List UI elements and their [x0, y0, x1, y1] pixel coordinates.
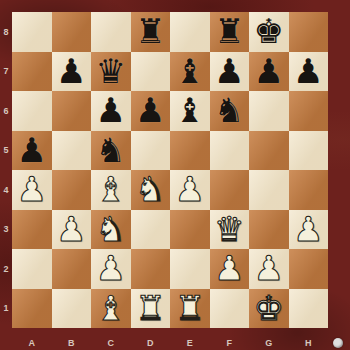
white-pawn[interactable]: ♟ [17, 170, 47, 209]
black-rook[interactable]: ♜ [214, 12, 244, 51]
white-bishop[interactable]: ♝ [96, 170, 126, 209]
square-g2[interactable]: ♟ [249, 249, 289, 289]
square-f1[interactable] [210, 289, 250, 329]
white-pawn[interactable]: ♟ [56, 210, 86, 249]
chess-board: ♜♜♚♟♛♝♟♟♟♟♟♝♞♟♞♟♝♞♟♟♞♛♟♟♟♟♝♜♜♚ [12, 12, 328, 328]
file-label-f: F [210, 337, 250, 349]
square-b8[interactable] [52, 12, 92, 52]
white-pawn[interactable]: ♟ [214, 249, 244, 288]
black-queen[interactable]: ♛ [96, 52, 126, 91]
square-c6[interactable]: ♟ [91, 91, 131, 131]
white-pawn[interactable]: ♟ [254, 249, 284, 288]
square-g8[interactable]: ♚ [249, 12, 289, 52]
square-c5[interactable]: ♞ [91, 131, 131, 171]
square-b5[interactable] [52, 131, 92, 171]
square-e7[interactable]: ♝ [170, 52, 210, 92]
white-bishop[interactable]: ♝ [96, 289, 126, 328]
square-g6[interactable] [249, 91, 289, 131]
rank-label-4: 4 [0, 170, 12, 210]
square-h7[interactable]: ♟ [289, 52, 329, 92]
file-label-h: H [289, 337, 329, 349]
file-label-c: C [91, 337, 131, 349]
square-e8[interactable] [170, 12, 210, 52]
file-label-d: D [131, 337, 171, 349]
rank-label-3: 3 [0, 210, 12, 250]
rank-label-7: 7 [0, 52, 12, 92]
square-b4[interactable] [52, 170, 92, 210]
square-c3[interactable]: ♞ [91, 210, 131, 250]
black-pawn[interactable]: ♟ [96, 91, 126, 130]
black-pawn[interactable]: ♟ [56, 52, 86, 91]
rank-label-5: 5 [0, 131, 12, 171]
white-to-move-indicator [333, 338, 343, 348]
white-pawn[interactable]: ♟ [293, 210, 323, 249]
square-a1[interactable] [12, 289, 52, 329]
black-bishop[interactable]: ♝ [175, 91, 205, 130]
square-g3[interactable] [249, 210, 289, 250]
square-e6[interactable]: ♝ [170, 91, 210, 131]
square-h1[interactable] [289, 289, 329, 329]
square-d1[interactable]: ♜ [131, 289, 171, 329]
square-d4[interactable]: ♞ [131, 170, 171, 210]
board-frame: 87654321 ♜♜♚♟♛♝♟♟♟♟♟♝♞♟♞♟♝♞♟♟♞♛♟♟♟♟♝♜♜♚ … [0, 0, 350, 350]
square-g1[interactable]: ♚ [249, 289, 289, 329]
square-c4[interactable]: ♝ [91, 170, 131, 210]
rank-label-2: 2 [0, 249, 12, 289]
square-f2[interactable]: ♟ [210, 249, 250, 289]
rank-label-6: 6 [0, 91, 12, 131]
white-pawn[interactable]: ♟ [96, 249, 126, 288]
square-a2[interactable] [12, 249, 52, 289]
square-f8[interactable]: ♜ [210, 12, 250, 52]
rank-labels: 87654321 [0, 12, 12, 328]
square-d8[interactable]: ♜ [131, 12, 171, 52]
square-f5[interactable] [210, 131, 250, 171]
file-label-e: E [170, 337, 210, 349]
black-pawn[interactable]: ♟ [293, 52, 323, 91]
white-knight[interactable]: ♞ [135, 170, 165, 209]
square-a4[interactable]: ♟ [12, 170, 52, 210]
square-d5[interactable] [131, 131, 171, 171]
square-d2[interactable] [131, 249, 171, 289]
square-g4[interactable] [249, 170, 289, 210]
square-b2[interactable] [52, 249, 92, 289]
black-pawn[interactable]: ♟ [135, 91, 165, 130]
white-queen[interactable]: ♛ [214, 210, 244, 249]
black-knight[interactable]: ♞ [214, 91, 244, 130]
square-a8[interactable] [12, 12, 52, 52]
square-h8[interactable] [289, 12, 329, 52]
square-f6[interactable]: ♞ [210, 91, 250, 131]
black-rook[interactable]: ♜ [135, 12, 165, 51]
square-a3[interactable] [12, 210, 52, 250]
square-e4[interactable]: ♟ [170, 170, 210, 210]
square-c8[interactable] [91, 12, 131, 52]
square-a5[interactable]: ♟ [12, 131, 52, 171]
square-b3[interactable]: ♟ [52, 210, 92, 250]
square-c7[interactable]: ♛ [91, 52, 131, 92]
white-knight[interactable]: ♞ [96, 210, 126, 249]
file-label-g: G [249, 337, 289, 349]
square-d7[interactable] [131, 52, 171, 92]
file-label-b: B [52, 337, 92, 349]
square-c1[interactable]: ♝ [91, 289, 131, 329]
rank-label-8: 8 [0, 12, 12, 52]
square-h4[interactable] [289, 170, 329, 210]
white-pawn[interactable]: ♟ [175, 170, 205, 209]
square-e5[interactable] [170, 131, 210, 171]
square-e2[interactable] [170, 249, 210, 289]
white-king[interactable]: ♚ [254, 289, 284, 328]
square-a7[interactable] [12, 52, 52, 92]
square-g5[interactable] [249, 131, 289, 171]
square-g7[interactable]: ♟ [249, 52, 289, 92]
square-f4[interactable] [210, 170, 250, 210]
square-f3[interactable]: ♛ [210, 210, 250, 250]
file-label-a: A [12, 337, 52, 349]
square-f7[interactable]: ♟ [210, 52, 250, 92]
square-e1[interactable]: ♜ [170, 289, 210, 329]
square-b1[interactable] [52, 289, 92, 329]
square-b6[interactable] [52, 91, 92, 131]
black-pawn[interactable]: ♟ [214, 52, 244, 91]
black-bishop[interactable]: ♝ [175, 52, 205, 91]
square-h5[interactable] [289, 131, 329, 171]
square-e3[interactable] [170, 210, 210, 250]
black-pawn[interactable]: ♟ [254, 52, 284, 91]
square-b7[interactable]: ♟ [52, 52, 92, 92]
square-h3[interactable]: ♟ [289, 210, 329, 250]
white-rook[interactable]: ♜ [175, 289, 205, 328]
white-rook[interactable]: ♜ [135, 289, 165, 328]
square-a6[interactable] [12, 91, 52, 131]
black-king[interactable]: ♚ [254, 12, 284, 51]
file-labels: ABCDEFGH [12, 337, 328, 349]
square-h2[interactable] [289, 249, 329, 289]
square-c2[interactable]: ♟ [91, 249, 131, 289]
black-pawn[interactable]: ♟ [17, 131, 47, 170]
square-d6[interactable]: ♟ [131, 91, 171, 131]
square-h6[interactable] [289, 91, 329, 131]
rank-label-1: 1 [0, 289, 12, 329]
square-d3[interactable] [131, 210, 171, 250]
black-knight[interactable]: ♞ [96, 131, 126, 170]
